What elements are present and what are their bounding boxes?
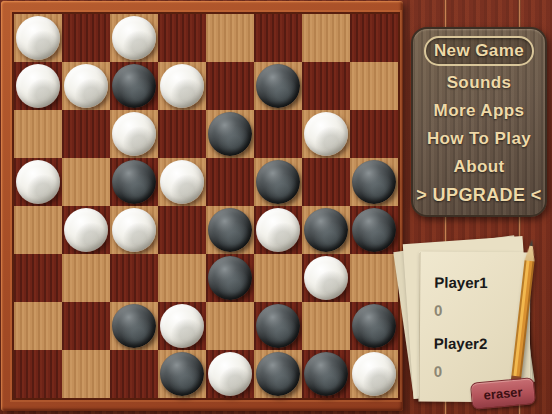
cell-r2c8[interactable] <box>350 62 398 110</box>
cell-r7c3[interactable] <box>110 302 158 350</box>
cell-r8c2[interactable] <box>62 350 110 398</box>
board-frame <box>1 1 403 411</box>
black-piece[interactable] <box>208 208 252 252</box>
black-piece[interactable] <box>256 64 300 108</box>
cell-r5c4[interactable] <box>158 206 206 254</box>
cell-r1c3[interactable] <box>110 14 158 62</box>
cell-r5c6[interactable] <box>254 206 302 254</box>
black-piece[interactable] <box>304 352 348 396</box>
cell-r7c7[interactable] <box>302 302 350 350</box>
black-piece[interactable] <box>256 160 300 204</box>
cell-r6c3[interactable] <box>110 254 158 302</box>
cell-r4c7[interactable] <box>302 158 350 206</box>
cell-r7c2[interactable] <box>62 302 110 350</box>
cell-r6c5[interactable] <box>206 254 254 302</box>
white-piece[interactable] <box>304 256 348 300</box>
cell-r2c5[interactable] <box>206 62 254 110</box>
cell-r1c4[interactable] <box>158 14 206 62</box>
cell-r6c6[interactable] <box>254 254 302 302</box>
cell-r7c6[interactable] <box>254 302 302 350</box>
white-piece[interactable] <box>64 64 108 108</box>
cell-r4c1[interactable] <box>14 158 62 206</box>
cell-r8c3[interactable] <box>110 350 158 398</box>
more-apps-button[interactable]: More Apps <box>434 97 525 125</box>
cell-r6c1[interactable] <box>14 254 62 302</box>
white-piece[interactable] <box>160 160 204 204</box>
cell-r8c6[interactable] <box>254 350 302 398</box>
black-piece[interactable] <box>208 112 252 156</box>
cell-r3c6[interactable] <box>254 110 302 158</box>
cell-r3c2[interactable] <box>62 110 110 158</box>
cell-r8c7[interactable] <box>302 350 350 398</box>
player1-label: Player1 <box>434 274 530 303</box>
black-piece[interactable] <box>160 352 204 396</box>
white-piece[interactable] <box>16 64 60 108</box>
cell-r1c5[interactable] <box>206 14 254 62</box>
black-piece[interactable] <box>112 64 156 108</box>
cell-r5c5[interactable] <box>206 206 254 254</box>
cell-r7c4[interactable] <box>158 302 206 350</box>
cell-r4c2[interactable] <box>62 158 110 206</box>
cell-r3c3[interactable] <box>110 110 158 158</box>
black-piece[interactable] <box>352 304 396 348</box>
new-game-button[interactable]: New Game <box>424 36 534 66</box>
white-piece[interactable] <box>304 112 348 156</box>
white-piece[interactable] <box>208 352 252 396</box>
cell-r1c6[interactable] <box>254 14 302 62</box>
white-piece[interactable] <box>352 352 396 396</box>
cell-r4c6[interactable] <box>254 158 302 206</box>
cell-r5c2[interactable] <box>62 206 110 254</box>
cell-r3c5[interactable] <box>206 110 254 158</box>
white-piece[interactable] <box>112 112 156 156</box>
cell-r5c7[interactable] <box>302 206 350 254</box>
cell-r4c4[interactable] <box>158 158 206 206</box>
black-piece[interactable] <box>208 256 252 300</box>
cell-r7c5[interactable] <box>206 302 254 350</box>
cell-r1c8[interactable] <box>350 14 398 62</box>
cell-r3c8[interactable] <box>350 110 398 158</box>
white-piece[interactable] <box>112 16 156 60</box>
cell-r6c2[interactable] <box>62 254 110 302</box>
cell-r2c3[interactable] <box>110 62 158 110</box>
cell-r4c8[interactable] <box>350 158 398 206</box>
cell-r2c4[interactable] <box>158 62 206 110</box>
black-piece[interactable] <box>352 160 396 204</box>
cell-r6c4[interactable] <box>158 254 206 302</box>
how-to-play-button[interactable]: How To Play <box>427 125 531 153</box>
cell-r8c5[interactable] <box>206 350 254 398</box>
white-piece[interactable] <box>256 208 300 252</box>
about-button[interactable]: About <box>453 153 504 181</box>
white-piece[interactable] <box>64 208 108 252</box>
eraser-button[interactable]: eraser <box>470 377 536 409</box>
black-piece[interactable] <box>352 208 396 252</box>
cell-r3c7[interactable] <box>302 110 350 158</box>
upgrade-button[interactable]: > UPGRADE < <box>416 181 541 209</box>
cell-r6c8[interactable] <box>350 254 398 302</box>
cell-r1c1[interactable] <box>14 14 62 62</box>
black-piece[interactable] <box>112 160 156 204</box>
app-window: New Game Sounds More Apps How To Play Ab… <box>0 0 552 414</box>
cell-r8c1[interactable] <box>14 350 62 398</box>
cell-r8c4[interactable] <box>158 350 206 398</box>
cell-r2c7[interactable] <box>302 62 350 110</box>
cell-r8c8[interactable] <box>350 350 398 398</box>
black-piece[interactable] <box>112 304 156 348</box>
cell-r5c1[interactable] <box>14 206 62 254</box>
white-piece[interactable] <box>112 208 156 252</box>
white-piece[interactable] <box>160 64 204 108</box>
cell-r2c2[interactable] <box>62 62 110 110</box>
black-piece[interactable] <box>256 352 300 396</box>
cell-r6c7[interactable] <box>302 254 350 302</box>
cell-r2c6[interactable] <box>254 62 302 110</box>
cell-r4c3[interactable] <box>110 158 158 206</box>
black-piece[interactable] <box>304 208 348 252</box>
sounds-button[interactable]: Sounds <box>447 69 512 97</box>
cell-r3c1[interactable] <box>14 110 62 158</box>
cell-r7c8[interactable] <box>350 302 398 350</box>
cell-r5c8[interactable] <box>350 206 398 254</box>
cell-r2c1[interactable] <box>14 62 62 110</box>
white-piece[interactable] <box>16 16 60 60</box>
white-piece[interactable] <box>160 304 204 348</box>
pencil-tip <box>525 238 537 261</box>
black-piece[interactable] <box>256 304 300 348</box>
cell-r3c4[interactable] <box>158 110 206 158</box>
board-grid <box>14 14 398 398</box>
menu-panel: New Game Sounds More Apps How To Play Ab… <box>411 27 547 217</box>
cell-r7c1[interactable] <box>14 302 62 350</box>
cell-r1c2[interactable] <box>62 14 110 62</box>
cell-r4c5[interactable] <box>206 158 254 206</box>
cell-r5c3[interactable] <box>110 206 158 254</box>
white-piece[interactable] <box>16 160 60 204</box>
cell-r1c7[interactable] <box>302 14 350 62</box>
